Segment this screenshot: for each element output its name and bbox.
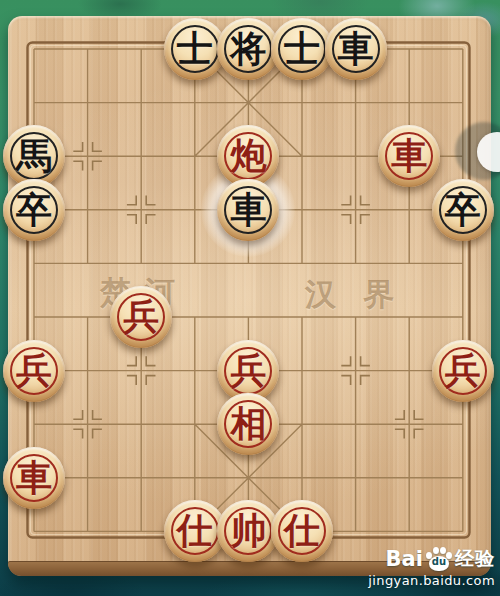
piece-character: 兵 [3, 340, 65, 402]
piece-red-仕[interactable]: 仕 [271, 500, 333, 562]
piece-red-車[interactable]: 車 [3, 447, 65, 509]
piece-black-車[interactable]: 車 [325, 18, 387, 80]
watermark: Bai du 经验 jingyan.baidu.com [368, 546, 495, 588]
piece-character: 兵 [110, 286, 172, 348]
piece-character: 車 [217, 179, 279, 241]
baidu-logo-text: Bai [386, 547, 423, 571]
piece-character: 車 [3, 447, 65, 509]
pieces-layer: 士将士車馬炮車卒車卒兵兵兵兵相車仕帅仕 [0, 0, 500, 596]
piece-red-相[interactable]: 相 [217, 393, 279, 455]
piece-character: 車 [325, 18, 387, 80]
piece-black-車[interactable]: 車 [217, 179, 279, 241]
game-screen: 楚河 汉界 士将士車馬炮車卒車卒兵兵兵兵相車仕帅仕 Bai du 经验 jing… [0, 0, 500, 596]
piece-character: 兵 [432, 340, 494, 402]
watermark-brand-row: Bai du 经验 [368, 546, 495, 572]
watermark-suffix: 经验 [455, 546, 495, 572]
piece-black-卒[interactable]: 卒 [432, 179, 494, 241]
baidu-paw-du-text: du [431, 556, 447, 567]
piece-red-兵[interactable]: 兵 [3, 340, 65, 402]
piece-character: 相 [217, 393, 279, 455]
piece-black-卒[interactable]: 卒 [3, 179, 65, 241]
piece-character: 仕 [271, 500, 333, 562]
piece-character: 卒 [3, 179, 65, 241]
piece-character: 卒 [432, 179, 494, 241]
baidu-paw-icon: du [426, 547, 452, 571]
watermark-url: jingyan.baidu.com [368, 573, 495, 588]
piece-red-兵[interactable]: 兵 [110, 286, 172, 348]
piece-red-兵[interactable]: 兵 [432, 340, 494, 402]
